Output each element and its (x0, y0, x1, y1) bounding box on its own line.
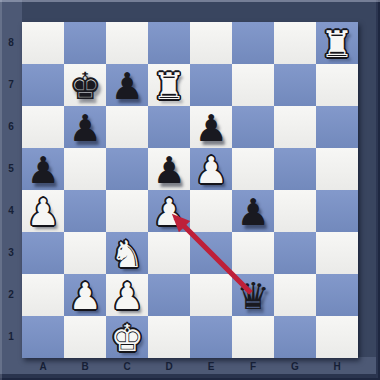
square-h8[interactable]: ♜ (316, 22, 358, 64)
square-h6[interactable] (316, 106, 358, 148)
square-b7[interactable]: ♚ (64, 64, 106, 106)
square-b8[interactable] (64, 22, 106, 64)
piece-black-pawn[interactable]: ♟ (22, 148, 64, 190)
square-h1[interactable] (316, 316, 358, 358)
rank-label-7: 7 (2, 64, 20, 106)
square-a6[interactable] (22, 106, 64, 148)
square-d8[interactable] (148, 22, 190, 64)
square-c2[interactable]: ♟ (106, 274, 148, 316)
piece-black-pawn[interactable]: ♟ (148, 148, 190, 190)
square-g4[interactable] (274, 190, 316, 232)
square-d1[interactable] (148, 316, 190, 358)
square-a4[interactable]: ♟ (22, 190, 64, 232)
piece-white-king[interactable]: ♚ (106, 316, 148, 358)
square-a3[interactable] (22, 232, 64, 274)
piece-black-pawn[interactable]: ♟ (190, 106, 232, 148)
square-d4[interactable]: ♟ (148, 190, 190, 232)
rank-label-4: 4 (2, 190, 20, 232)
file-label-d: D (148, 358, 190, 375)
square-g7[interactable] (274, 64, 316, 106)
square-a8[interactable] (22, 22, 64, 64)
square-f8[interactable] (232, 22, 274, 64)
square-f2[interactable]: ♛ (232, 274, 274, 316)
square-b4[interactable] (64, 190, 106, 232)
rank-label-6: 6 (2, 106, 20, 148)
piece-white-pawn[interactable]: ♟ (190, 148, 232, 190)
square-f3[interactable] (232, 232, 274, 274)
rank-label-8: 8 (2, 22, 20, 64)
piece-black-queen[interactable]: ♛ (232, 274, 274, 316)
square-f5[interactable] (232, 148, 274, 190)
piece-white-pawn[interactable]: ♟ (22, 190, 64, 232)
square-f7[interactable] (232, 64, 274, 106)
piece-white-knight[interactable]: ♞ (106, 232, 148, 274)
file-label-a: A (22, 358, 64, 375)
piece-white-pawn[interactable]: ♟ (106, 274, 148, 316)
piece-black-pawn[interactable]: ♟ (64, 106, 106, 148)
chess-board-frame: ♜♚♟♜♟♟♟♟♟♟♟♟♞♟♟♛♚ 87654321ABCDEFGH (0, 0, 380, 380)
square-h7[interactable] (316, 64, 358, 106)
square-e8[interactable] (190, 22, 232, 64)
square-d2[interactable] (148, 274, 190, 316)
file-label-g: G (274, 358, 316, 375)
square-d6[interactable] (148, 106, 190, 148)
rank-label-5: 5 (2, 148, 20, 190)
square-a5[interactable]: ♟ (22, 148, 64, 190)
square-d7[interactable]: ♜ (148, 64, 190, 106)
square-e6[interactable]: ♟ (190, 106, 232, 148)
square-h5[interactable] (316, 148, 358, 190)
square-b3[interactable] (64, 232, 106, 274)
square-f1[interactable] (232, 316, 274, 358)
square-a1[interactable] (22, 316, 64, 358)
square-e7[interactable] (190, 64, 232, 106)
square-d5[interactable]: ♟ (148, 148, 190, 190)
square-c8[interactable] (106, 22, 148, 64)
piece-white-rook[interactable]: ♜ (148, 64, 190, 106)
file-label-f: F (232, 358, 274, 375)
file-label-c: C (106, 358, 148, 375)
square-c6[interactable] (106, 106, 148, 148)
square-g2[interactable] (274, 274, 316, 316)
file-label-h: H (316, 358, 358, 375)
piece-black-pawn[interactable]: ♟ (106, 64, 148, 106)
square-h2[interactable] (316, 274, 358, 316)
file-label-b: B (64, 358, 106, 375)
square-f6[interactable] (232, 106, 274, 148)
rank-label-1: 1 (2, 316, 20, 358)
rank-label-3: 3 (2, 232, 20, 274)
square-c4[interactable] (106, 190, 148, 232)
board: ♜♚♟♜♟♟♟♟♟♟♟♟♞♟♟♛♚ (22, 22, 358, 358)
square-e3[interactable] (190, 232, 232, 274)
square-b2[interactable]: ♟ (64, 274, 106, 316)
square-g5[interactable] (274, 148, 316, 190)
square-h4[interactable] (316, 190, 358, 232)
square-e2[interactable] (190, 274, 232, 316)
piece-white-pawn[interactable]: ♟ (64, 274, 106, 316)
file-label-e: E (190, 358, 232, 375)
square-b6[interactable]: ♟ (64, 106, 106, 148)
square-f4[interactable]: ♟ (232, 190, 274, 232)
square-c3[interactable]: ♞ (106, 232, 148, 274)
square-a7[interactable] (22, 64, 64, 106)
piece-black-pawn[interactable]: ♟ (232, 190, 274, 232)
square-b5[interactable] (64, 148, 106, 190)
piece-black-king[interactable]: ♚ (64, 64, 106, 106)
square-b1[interactable] (64, 316, 106, 358)
square-h3[interactable] (316, 232, 358, 274)
rank-label-2: 2 (2, 274, 20, 316)
square-e4[interactable] (190, 190, 232, 232)
square-d3[interactable] (148, 232, 190, 274)
square-g3[interactable] (274, 232, 316, 274)
square-g1[interactable] (274, 316, 316, 358)
piece-white-rook[interactable]: ♜ (316, 22, 358, 64)
square-c7[interactable]: ♟ (106, 64, 148, 106)
square-c1[interactable]: ♚ (106, 316, 148, 358)
square-g6[interactable] (274, 106, 316, 148)
square-e5[interactable]: ♟ (190, 148, 232, 190)
square-c5[interactable] (106, 148, 148, 190)
square-e1[interactable] (190, 316, 232, 358)
square-a2[interactable] (22, 274, 64, 316)
square-g8[interactable] (274, 22, 316, 64)
piece-white-pawn[interactable]: ♟ (148, 190, 190, 232)
